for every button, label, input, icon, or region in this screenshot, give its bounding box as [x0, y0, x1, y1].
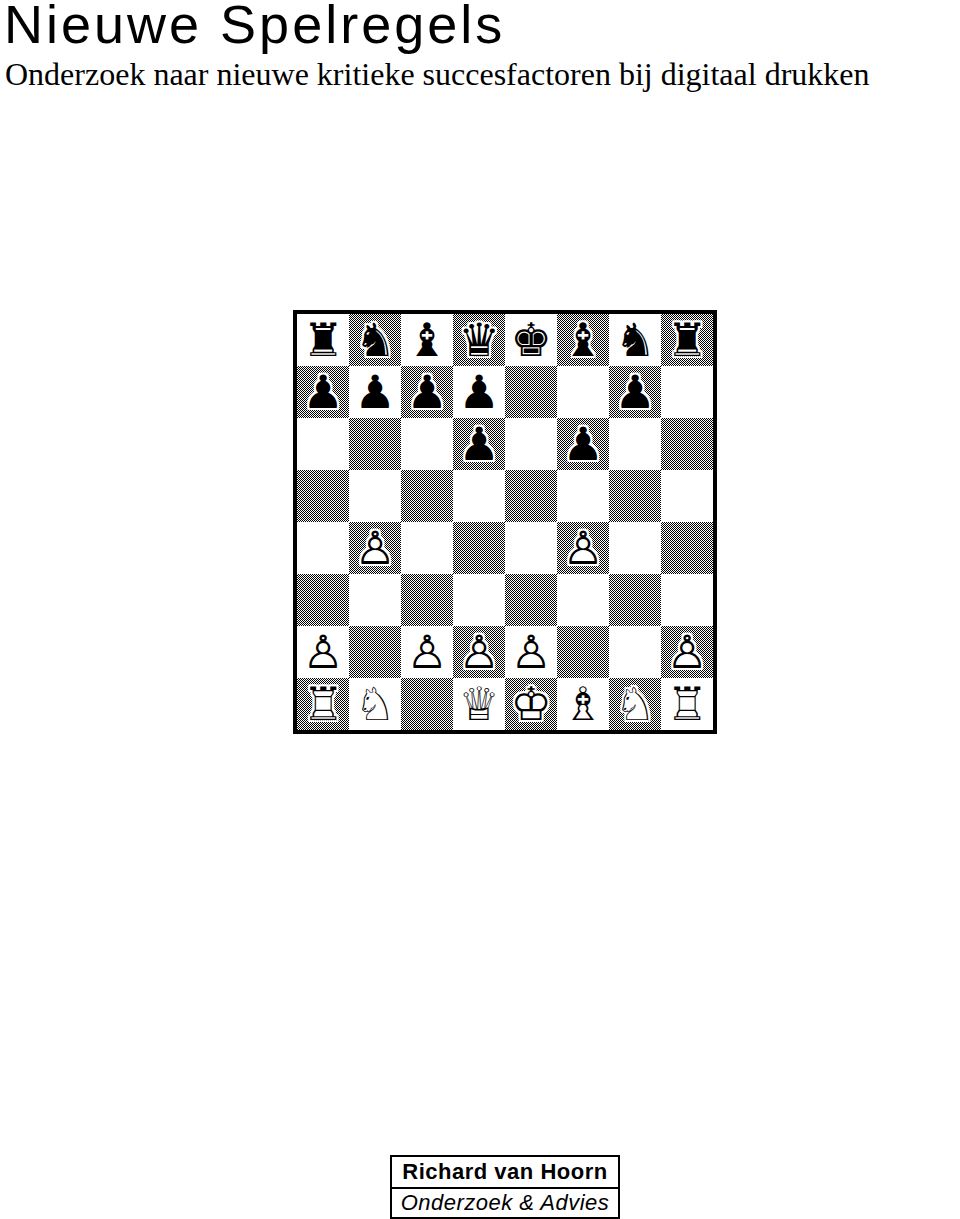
square-f8: ♝♝ — [557, 314, 609, 366]
square-g2 — [609, 626, 661, 678]
page-title: Nieuwe Spelregels — [4, 0, 505, 54]
square-f1: ♝♗ — [557, 678, 609, 730]
square-e4 — [505, 522, 557, 574]
square-e1: ♚♔ — [505, 678, 557, 730]
square-a6 — [297, 418, 349, 470]
square-h5 — [661, 470, 713, 522]
square-g3 — [609, 574, 661, 626]
chess-board: ♜♜♞♞♝♝♛♛♚♚♝♝♞♞♜♜♟♟♟♟♟♟♟♟♟♟♟♟♟♟♟♙♟♙♟♙♟♙♟♙… — [293, 310, 717, 734]
square-e7 — [505, 366, 557, 418]
square-a3 — [297, 574, 349, 626]
author-name: Richard van Hoorn — [392, 1157, 618, 1187]
white-rook-piece: ♜♖ — [297, 678, 349, 730]
square-h4 — [661, 522, 713, 574]
black-pawn-piece: ♟♟ — [349, 366, 401, 418]
square-f4: ♟♙ — [557, 522, 609, 574]
square-h3 — [661, 574, 713, 626]
square-a8: ♜♜ — [297, 314, 349, 366]
square-e3 — [505, 574, 557, 626]
black-pawn-piece: ♟♟ — [401, 366, 453, 418]
black-queen-piece: ♛♛ — [453, 314, 505, 366]
square-e2: ♟♙ — [505, 626, 557, 678]
square-h8: ♜♜ — [661, 314, 713, 366]
square-g5 — [609, 470, 661, 522]
square-h1: ♜♖ — [661, 678, 713, 730]
white-pawn-piece: ♟♙ — [297, 626, 349, 678]
square-g1: ♞♘ — [609, 678, 661, 730]
black-rook-piece: ♜♜ — [661, 314, 713, 366]
square-g7: ♟♟ — [609, 366, 661, 418]
square-e6 — [505, 418, 557, 470]
square-a4 — [297, 522, 349, 574]
square-c3 — [401, 574, 453, 626]
square-d7: ♟♟ — [453, 366, 505, 418]
white-king-piece: ♚♔ — [505, 678, 557, 730]
square-g6 — [609, 418, 661, 470]
square-f7 — [557, 366, 609, 418]
black-pawn-piece: ♟♟ — [453, 418, 505, 470]
square-d2: ♟♙ — [453, 626, 505, 678]
square-d3 — [453, 574, 505, 626]
black-king-piece: ♚♚ — [505, 314, 557, 366]
square-e8: ♚♚ — [505, 314, 557, 366]
black-knight-piece: ♞♞ — [349, 314, 401, 366]
white-pawn-piece: ♟♙ — [557, 522, 609, 574]
square-h6 — [661, 418, 713, 470]
black-pawn-piece: ♟♟ — [609, 366, 661, 418]
white-queen-piece: ♛♕ — [453, 678, 505, 730]
square-d1: ♛♕ — [453, 678, 505, 730]
black-knight-piece: ♞♞ — [609, 314, 661, 366]
square-c8: ♝♝ — [401, 314, 453, 366]
square-f5 — [557, 470, 609, 522]
square-d6: ♟♟ — [453, 418, 505, 470]
black-pawn-piece: ♟♟ — [557, 418, 609, 470]
square-c4 — [401, 522, 453, 574]
square-f2 — [557, 626, 609, 678]
square-d4 — [453, 522, 505, 574]
page-subtitle: Onderzoek naar nieuwe kritieke succesfac… — [5, 52, 870, 96]
author-box: Richard van Hoorn Onderzoek & Advies — [390, 1155, 620, 1219]
square-a7: ♟♟ — [297, 366, 349, 418]
square-b7: ♟♟ — [349, 366, 401, 418]
square-c1 — [401, 678, 453, 730]
square-b6 — [349, 418, 401, 470]
white-knight-piece: ♞♘ — [609, 678, 661, 730]
white-pawn-piece: ♟♙ — [401, 626, 453, 678]
black-rook-piece: ♜♜ — [297, 314, 349, 366]
square-e5 — [505, 470, 557, 522]
white-pawn-piece: ♟♙ — [661, 626, 713, 678]
square-c2: ♟♙ — [401, 626, 453, 678]
white-knight-piece: ♞♘ — [349, 678, 401, 730]
black-pawn-piece: ♟♟ — [297, 366, 349, 418]
white-bishop-piece: ♝♗ — [557, 678, 609, 730]
square-a5 — [297, 470, 349, 522]
square-a2: ♟♙ — [297, 626, 349, 678]
white-pawn-piece: ♟♙ — [505, 626, 557, 678]
white-pawn-piece: ♟♙ — [453, 626, 505, 678]
square-b4: ♟♙ — [349, 522, 401, 574]
square-g8: ♞♞ — [609, 314, 661, 366]
white-pawn-piece: ♟♙ — [349, 522, 401, 574]
square-b1: ♞♘ — [349, 678, 401, 730]
black-bishop-piece: ♝♝ — [401, 314, 453, 366]
square-c7: ♟♟ — [401, 366, 453, 418]
black-pawn-piece: ♟♟ — [453, 366, 505, 418]
square-f3 — [557, 574, 609, 626]
square-h2: ♟♙ — [661, 626, 713, 678]
square-d8: ♛♛ — [453, 314, 505, 366]
square-b2 — [349, 626, 401, 678]
square-b3 — [349, 574, 401, 626]
square-d5 — [453, 470, 505, 522]
square-c5 — [401, 470, 453, 522]
square-f6: ♟♟ — [557, 418, 609, 470]
square-b8: ♞♞ — [349, 314, 401, 366]
black-bishop-piece: ♝♝ — [557, 314, 609, 366]
square-h7 — [661, 366, 713, 418]
square-c6 — [401, 418, 453, 470]
author-tagline: Onderzoek & Advies — [392, 1187, 618, 1217]
white-rook-piece: ♜♖ — [661, 678, 713, 730]
square-g4 — [609, 522, 661, 574]
square-a1: ♜♖ — [297, 678, 349, 730]
square-b5 — [349, 470, 401, 522]
